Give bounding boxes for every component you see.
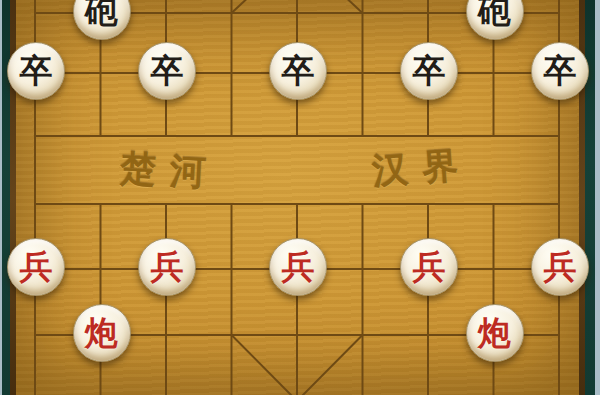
black-soldier-glyph: 卒 — [544, 54, 577, 87]
piece-red-soldier[interactable]: 兵 — [269, 238, 327, 296]
piece-red-soldier[interactable]: 兵 — [531, 238, 589, 296]
piece-black-soldier[interactable]: 卒 — [269, 42, 327, 100]
black-cannon-glyph: 砲 — [478, 0, 511, 27]
river-label-chu: 楚河 — [119, 149, 221, 190]
red-soldier-glyph: 兵 — [544, 250, 577, 283]
piece-black-soldier[interactable]: 卒 — [400, 42, 458, 100]
river-label-han: 汉界 — [371, 146, 473, 189]
black-soldier-glyph: 卒 — [413, 54, 446, 87]
red-soldier-glyph: 兵 — [20, 250, 53, 283]
red-cannon-glyph: 炮 — [85, 316, 118, 349]
piece-red-soldier[interactable]: 兵 — [7, 238, 65, 296]
red-soldier-glyph: 兵 — [282, 250, 315, 283]
piece-black-soldier[interactable]: 卒 — [531, 42, 589, 100]
red-soldier-glyph: 兵 — [413, 250, 446, 283]
black-soldier-glyph: 卒 — [282, 54, 315, 87]
xiangqi-board: 楚河 汉界 砲砲卒卒卒卒卒兵兵兵兵兵炮炮 — [0, 0, 600, 395]
piece-red-soldier[interactable]: 兵 — [138, 238, 196, 296]
piece-black-soldier[interactable]: 卒 — [7, 42, 65, 100]
black-soldier-glyph: 卒 — [151, 54, 184, 87]
piece-red-cannon[interactable]: 炮 — [73, 304, 131, 362]
piece-black-soldier[interactable]: 卒 — [138, 42, 196, 100]
piece-red-cannon[interactable]: 炮 — [466, 304, 524, 362]
red-soldier-glyph: 兵 — [151, 250, 184, 283]
red-cannon-glyph: 炮 — [478, 316, 511, 349]
black-cannon-glyph: 砲 — [85, 0, 118, 27]
piece-red-soldier[interactable]: 兵 — [400, 238, 458, 296]
black-soldier-glyph: 卒 — [20, 54, 53, 87]
